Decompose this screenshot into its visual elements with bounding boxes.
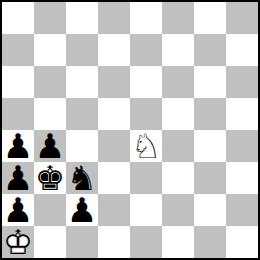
white-knight: ♘ [131,129,161,163]
square-c2[interactable]: ♟ [66,194,98,226]
square-d6[interactable] [98,66,130,98]
square-b5[interactable] [34,98,66,130]
square-c5[interactable] [66,98,98,130]
black-pawn: ♟ [35,129,65,163]
square-b3[interactable]: ♚ [34,162,66,194]
square-f6[interactable] [162,66,194,98]
black-pawn: ♟ [67,193,97,227]
square-h6[interactable] [226,66,258,98]
square-g3[interactable] [194,162,226,194]
square-h2[interactable] [226,194,258,226]
square-b2[interactable] [34,194,66,226]
square-g7[interactable] [194,34,226,66]
square-a4[interactable]: ♟ [2,130,34,162]
square-f3[interactable] [162,162,194,194]
square-c6[interactable] [66,66,98,98]
square-h7[interactable] [226,34,258,66]
square-f5[interactable] [162,98,194,130]
square-g1[interactable] [194,226,226,258]
square-f7[interactable] [162,34,194,66]
square-g6[interactable] [194,66,226,98]
black-pawn: ♟ [3,161,33,195]
square-h3[interactable] [226,162,258,194]
square-h1[interactable] [226,226,258,258]
square-a1[interactable]: ♚♔ [2,226,34,258]
black-knight: ♞ [67,161,97,195]
square-h8[interactable] [226,2,258,34]
square-c4[interactable] [66,130,98,162]
black-king: ♚ [35,161,65,195]
square-d3[interactable] [98,162,130,194]
square-a3[interactable]: ♟ [2,162,34,194]
square-e2[interactable] [130,194,162,226]
square-b1[interactable] [34,226,66,258]
black-pawn: ♟ [3,193,33,227]
square-g8[interactable] [194,2,226,34]
white-knight-fill: ♞ [131,129,161,163]
white-king-fill: ♚ [3,225,33,259]
square-a5[interactable] [2,98,34,130]
square-e7[interactable] [130,34,162,66]
square-f1[interactable] [162,226,194,258]
square-a6[interactable] [2,66,34,98]
square-e6[interactable] [130,66,162,98]
square-c3[interactable]: ♞ [66,162,98,194]
square-f4[interactable] [162,130,194,162]
square-a8[interactable] [2,2,34,34]
square-d7[interactable] [98,34,130,66]
square-g2[interactable] [194,194,226,226]
square-b8[interactable] [34,2,66,34]
square-d2[interactable] [98,194,130,226]
square-e5[interactable] [130,98,162,130]
square-h4[interactable] [226,130,258,162]
black-pawn: ♟ [3,129,33,163]
square-e8[interactable] [130,2,162,34]
square-f8[interactable] [162,2,194,34]
square-e1[interactable] [130,226,162,258]
square-f2[interactable] [162,194,194,226]
chess-board: ♟♟♞♘♟♚♞♟♟♚♔ [0,0,260,260]
square-h5[interactable] [226,98,258,130]
square-b4[interactable]: ♟ [34,130,66,162]
square-c7[interactable] [66,34,98,66]
square-d8[interactable] [98,2,130,34]
square-d5[interactable] [98,98,130,130]
square-g4[interactable] [194,130,226,162]
square-d1[interactable] [98,226,130,258]
square-a2[interactable]: ♟ [2,194,34,226]
square-c1[interactable] [66,226,98,258]
square-b6[interactable] [34,66,66,98]
square-a7[interactable] [2,34,34,66]
square-e4[interactable]: ♞♘ [130,130,162,162]
square-d4[interactable] [98,130,130,162]
square-g5[interactable] [194,98,226,130]
white-king: ♔ [3,225,33,259]
square-c8[interactable] [66,2,98,34]
square-e3[interactable] [130,162,162,194]
square-b7[interactable] [34,34,66,66]
